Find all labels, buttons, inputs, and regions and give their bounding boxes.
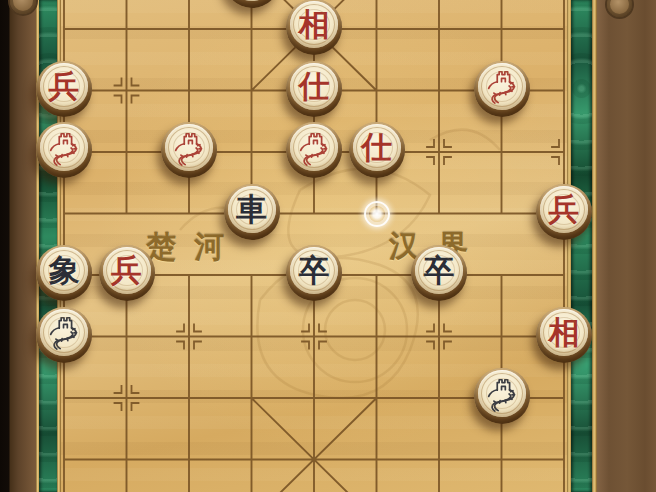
piece-face: 車 bbox=[228, 186, 276, 233]
hidden-piece-red-a7[interactable] bbox=[36, 122, 92, 178]
move-target-indicator[interactable] bbox=[362, 199, 392, 229]
great-wall-back-icon bbox=[478, 63, 526, 110]
piece-red-advisor-f7[interactable]: 仕 bbox=[349, 122, 405, 178]
piece-red-elephant-e9[interactable]: 相 bbox=[286, 0, 342, 55]
great-wall-back-icon bbox=[165, 124, 213, 171]
piece-character: 兵 bbox=[49, 71, 80, 102]
piece-face: 兵 bbox=[103, 247, 151, 294]
piece-face: 卒 bbox=[290, 247, 338, 294]
wood-frame-left bbox=[0, 0, 36, 492]
piece-red-pawn-b5[interactable]: 兵 bbox=[99, 245, 155, 301]
piece-character: 兵 bbox=[549, 194, 580, 225]
piece-red-elephant-i4[interactable]: 相 bbox=[536, 307, 592, 363]
hidden-piece-black-a4[interactable] bbox=[36, 307, 92, 363]
xiangqi-game-screen: 楚河 汉界 相兵仕 仕車兵象 bbox=[0, 0, 656, 492]
great-wall-back-icon bbox=[228, 0, 276, 1]
piece-character: 卒 bbox=[299, 255, 330, 286]
piece-black-elephant-a5[interactable]: 象 bbox=[36, 245, 92, 301]
piece-black-chariot-d6[interactable]: 車 bbox=[224, 184, 280, 240]
piece-face: 相 bbox=[540, 309, 588, 356]
great-wall-back-icon bbox=[40, 309, 88, 356]
piece-character: 卒 bbox=[424, 255, 455, 286]
river-label-chu-he: 楚河 bbox=[146, 232, 242, 262]
hidden-piece-black-h3[interactable] bbox=[474, 368, 530, 424]
piece-face: 相 bbox=[290, 1, 338, 48]
piece-face: 仕 bbox=[353, 124, 401, 171]
hidden-piece-red-c7[interactable] bbox=[161, 122, 217, 178]
piece-black-pawn-g5[interactable]: 卒 bbox=[411, 245, 467, 301]
piece-red-pawn-a8[interactable]: 兵 bbox=[36, 61, 92, 117]
piece-face: 象 bbox=[40, 247, 88, 294]
piece-character: 相 bbox=[549, 317, 580, 348]
jade-rail-right bbox=[571, 0, 592, 492]
piece-character: 象 bbox=[49, 255, 80, 286]
piece-face: 卒 bbox=[415, 247, 463, 294]
piece-face: 兵 bbox=[540, 186, 588, 233]
piece-face: 兵 bbox=[40, 63, 88, 110]
piece-character: 兵 bbox=[111, 255, 142, 286]
great-wall-back-icon bbox=[290, 124, 338, 171]
great-wall-back-icon bbox=[478, 370, 526, 417]
piece-red-advisor-e8[interactable]: 仕 bbox=[286, 61, 342, 117]
piece-character: 車 bbox=[236, 194, 267, 225]
target-core-icon bbox=[369, 206, 385, 222]
hidden-piece-red-h8[interactable] bbox=[474, 61, 530, 117]
hidden-piece-red-e7[interactable] bbox=[286, 122, 342, 178]
piece-red-pawn-i6[interactable]: 兵 bbox=[536, 184, 592, 240]
piece-face: 仕 bbox=[290, 63, 338, 110]
wood-frame-right bbox=[597, 0, 656, 492]
piece-character: 仕 bbox=[299, 71, 330, 102]
piece-character: 仕 bbox=[361, 132, 392, 163]
piece-character: 相 bbox=[299, 9, 330, 40]
piece-black-pawn-e5[interactable]: 卒 bbox=[286, 245, 342, 301]
great-wall-back-icon bbox=[40, 124, 88, 171]
